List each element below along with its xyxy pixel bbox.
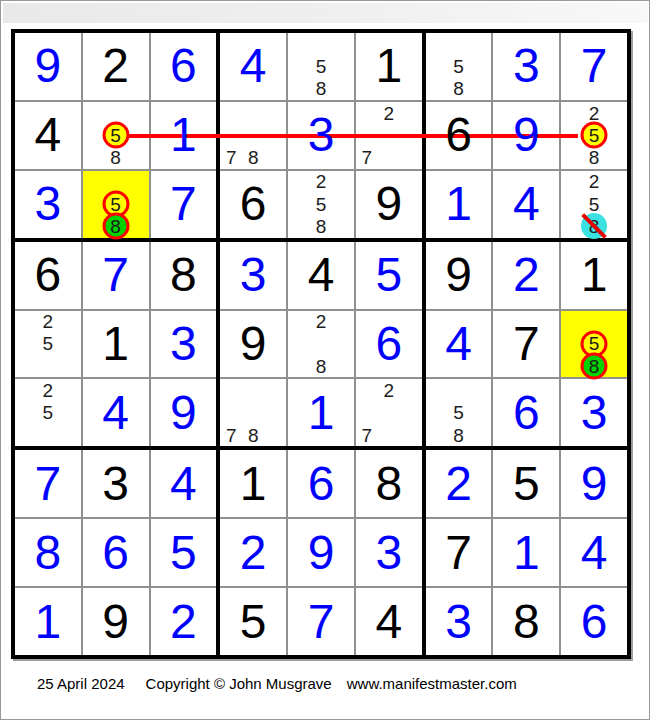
solved-digit: 4 [513, 180, 540, 228]
candidate-slot-8: 8 [242, 424, 264, 446]
given-digit: 3 [102, 460, 129, 508]
title-bar [3, 3, 648, 23]
cell-r5c6[interactable]: 6 [356, 311, 422, 378]
given-digit: 5 [513, 460, 540, 508]
cell-r3c2[interactable]: 58 [83, 171, 149, 238]
candidate-slot-1 [83, 102, 105, 124]
box-6: 92147585863 [426, 242, 627, 447]
candidate-8: 8 [589, 148, 600, 167]
solved-digit: 9 [35, 42, 62, 90]
candidate-slot-5: 5 [310, 55, 332, 77]
candidate-slot-6 [400, 402, 422, 424]
candidate-slot-7 [561, 146, 583, 168]
candidate-slot-5 [378, 402, 400, 424]
candidate-slot-8: 8 [448, 424, 470, 446]
candidate-slot-7 [561, 215, 583, 237]
candidate-slot-2: 2 [37, 379, 59, 401]
candidate-grid: 58 [83, 102, 149, 169]
box-4: 67825132549 [15, 242, 216, 447]
candidate-slot-3 [127, 171, 149, 193]
candidate-grid: 58 [426, 379, 492, 446]
cell-r3c7[interactable]: 1 [426, 171, 492, 238]
candidate-grid: 58 [561, 311, 627, 378]
candidate-slot-6 [470, 55, 492, 77]
candidate-5: 5 [110, 195, 121, 214]
cell-r9c3[interactable]: 2 [151, 588, 217, 655]
cell-r2c1[interactable]: 4 [15, 102, 81, 169]
cell-r8c8[interactable]: 1 [493, 519, 559, 586]
candidate-grid: 258 [288, 171, 354, 238]
candidate-slot-4 [220, 402, 242, 424]
candidate-slot-2: 2 [378, 102, 400, 124]
solved-digit: 5 [170, 529, 197, 577]
candidate-slot-5: 5 [448, 55, 470, 77]
candidate-8: 8 [110, 217, 121, 236]
candidate-slot-1 [356, 379, 378, 401]
candidate-8: 8 [316, 217, 327, 236]
cell-r8c5[interactable]: 9 [288, 519, 354, 586]
cell-r2c9[interactable]: 258 [561, 102, 627, 169]
box-7: 734865192 [15, 450, 216, 655]
cell-r8c3[interactable]: 5 [151, 519, 217, 586]
candidate-5: 5 [453, 403, 464, 422]
candidate-slot-6 [127, 193, 149, 215]
candidate-slot-1 [356, 102, 378, 124]
cell-r2c4[interactable]: 78 [220, 102, 286, 169]
candidate-slot-7 [288, 355, 310, 377]
cell-r6c3[interactable]: 9 [151, 379, 217, 446]
candidate-slot-3 [605, 171, 627, 193]
cell-r1c9[interactable]: 7 [561, 33, 627, 100]
candidate-slot-8 [378, 146, 400, 168]
candidate-slot-3 [264, 102, 286, 124]
candidate-slot-5: 5 [37, 333, 59, 355]
given-digit: 6 [35, 251, 62, 299]
candidate-slot-4 [15, 333, 37, 355]
solved-digit: 7 [170, 180, 197, 228]
cell-r4c8[interactable]: 2 [493, 242, 559, 309]
candidate-slot-9 [59, 424, 81, 446]
candidate-slot-5: 5 [105, 124, 127, 146]
solved-digit: 1 [445, 180, 472, 228]
candidate-slot-8: 8 [448, 78, 470, 100]
candidate-slot-3 [332, 33, 354, 55]
candidate-slot-3 [400, 379, 422, 401]
candidate-7: 7 [226, 148, 237, 167]
given-digit: 4 [35, 111, 62, 159]
candidate-5: 5 [453, 57, 464, 76]
candidate-slot-9 [264, 424, 286, 446]
candidate-slot-5 [242, 402, 264, 424]
candidate-slot-8: 8 [583, 215, 605, 237]
candidate-slot-9 [605, 355, 627, 377]
candidate-8: 8 [248, 148, 259, 167]
candidate-5: 5 [316, 195, 327, 214]
candidate-slot-1 [288, 171, 310, 193]
cell-r4c9[interactable]: 1 [561, 242, 627, 309]
solved-digit: 9 [308, 529, 335, 577]
candidate-slot-7 [288, 78, 310, 100]
candidate-slot-1 [426, 33, 448, 55]
box-9: 259714386 [426, 450, 627, 655]
candidate-slot-9 [605, 146, 627, 168]
solved-digit: 5 [375, 251, 402, 299]
solved-digit: 4 [102, 389, 129, 437]
candidate-2: 2 [383, 381, 394, 400]
cell-r7c8[interactable]: 5 [493, 450, 559, 517]
cell-r5c4[interactable]: 9 [220, 311, 286, 378]
candidate-slot-2 [310, 33, 332, 55]
candidate-slot-8: 8 [583, 146, 605, 168]
candidate-slot-8: 8 [583, 355, 605, 377]
candidate-slot-3 [59, 311, 81, 333]
candidate-slot-5: 5 [583, 333, 605, 355]
candidate-slot-7: 7 [356, 146, 378, 168]
solved-digit: 6 [308, 460, 335, 508]
candidate-7: 7 [362, 148, 373, 167]
candidate-slot-6 [59, 402, 81, 424]
candidate-8: 8 [453, 426, 464, 445]
candidate-slot-5: 5 [310, 193, 332, 215]
candidate-8: 8 [316, 79, 327, 98]
candidate-slot-8: 8 [310, 215, 332, 237]
solved-digit: 3 [308, 111, 335, 159]
cell-r5c2[interactable]: 1 [83, 311, 149, 378]
solved-digit: 4 [445, 320, 472, 368]
cell-r6c2[interactable]: 4 [83, 379, 149, 446]
candidate-slot-7: 7 [220, 146, 242, 168]
cell-r3c5[interactable]: 258 [288, 171, 354, 238]
candidate-slot-5: 5 [583, 193, 605, 215]
cell-r7c7[interactable]: 2 [426, 450, 492, 517]
solved-digit: 6 [102, 529, 129, 577]
candidate-slot-5 [310, 333, 332, 355]
candidate-slot-5: 5 [37, 402, 59, 424]
candidate-slot-9 [332, 355, 354, 377]
cell-r5c3[interactable]: 3 [151, 311, 217, 378]
cell-r4c4[interactable]: 3 [220, 242, 286, 309]
cell-r4c3[interactable]: 8 [151, 242, 217, 309]
candidate-grid: 58 [288, 33, 354, 100]
cell-r6c4[interactable]: 78 [220, 379, 286, 446]
box-5: 345928678127 [220, 242, 421, 447]
candidate-7: 7 [226, 426, 237, 445]
solved-digit: 3 [581, 389, 608, 437]
cell-r3c3[interactable]: 7 [151, 171, 217, 238]
cell-r4c5[interactable]: 4 [288, 242, 354, 309]
cell-r8c9[interactable]: 4 [561, 519, 627, 586]
given-digit: 9 [375, 180, 402, 228]
candidate-5: 5 [43, 403, 54, 422]
cell-r5c9[interactable]: 58 [561, 311, 627, 378]
candidate-slot-1 [83, 171, 105, 193]
cell-r8c1[interactable]: 8 [15, 519, 81, 586]
cell-r6c5[interactable]: 1 [288, 379, 354, 446]
footer-copyright: Copyright © John Musgrave [146, 675, 332, 692]
candidate-slot-5 [242, 124, 264, 146]
candidate-slot-3 [332, 171, 354, 193]
footer: 25 April 2024Copyright © John Musgraveww… [37, 675, 517, 692]
candidate-slot-3 [59, 379, 81, 401]
candidate-8: 8 [316, 357, 327, 376]
candidate-8: 8 [110, 148, 121, 167]
candidate-slot-2: 2 [583, 171, 605, 193]
sudoku-grid: 9264581358745817832762589583769258142586… [15, 33, 627, 655]
candidate-slot-6 [264, 402, 286, 424]
cell-r9c5[interactable]: 7 [288, 588, 354, 655]
cell-r1c6[interactable]: 1 [356, 33, 422, 100]
candidate-slot-2: 2 [583, 102, 605, 124]
candidate-slot-7: 7 [356, 424, 378, 446]
box-1: 92645813587 [15, 33, 216, 238]
given-digit: 1 [581, 251, 608, 299]
solved-digit: 1 [308, 389, 335, 437]
solved-digit: 2 [513, 251, 540, 299]
cell-r9c8[interactable]: 8 [493, 588, 559, 655]
cell-r7c2[interactable]: 3 [83, 450, 149, 517]
candidate-slot-6 [127, 124, 149, 146]
candidate-5: 5 [43, 334, 54, 353]
cell-r3c9[interactable]: 258 [561, 171, 627, 238]
box-8: 168293574 [220, 450, 421, 655]
cell-r4c2[interactable]: 7 [83, 242, 149, 309]
candidate-slot-3 [605, 102, 627, 124]
cell-r9c4[interactable]: 5 [220, 588, 286, 655]
candidate-2: 2 [383, 104, 394, 123]
candidate-slot-2 [105, 102, 127, 124]
candidate-slot-6 [605, 193, 627, 215]
cell-r1c5[interactable]: 58 [288, 33, 354, 100]
cell-r5c1[interactable]: 25 [15, 311, 81, 378]
solved-digit: 9 [581, 460, 608, 508]
candidate-5: 5 [316, 57, 327, 76]
cell-r1c8[interactable]: 3 [493, 33, 559, 100]
cell-r9c7[interactable]: 3 [426, 588, 492, 655]
candidate-slot-4 [356, 124, 378, 146]
solved-digit: 6 [375, 320, 402, 368]
given-digit: 6 [445, 111, 472, 159]
solved-digit: 3 [170, 320, 197, 368]
candidate-slot-9 [470, 78, 492, 100]
cell-r6c8[interactable]: 6 [493, 379, 559, 446]
cell-r9c9[interactable]: 6 [561, 588, 627, 655]
candidate-slot-3 [332, 311, 354, 333]
solved-digit: 7 [581, 42, 608, 90]
cell-r4c1[interactable]: 6 [15, 242, 81, 309]
solved-digit: 6 [513, 389, 540, 437]
solved-digit: 4 [170, 460, 197, 508]
candidate-slot-9 [332, 78, 354, 100]
candidate-slot-1 [561, 171, 583, 193]
candidate-grid: 78 [220, 379, 286, 446]
candidate-slot-8: 8 [105, 215, 127, 237]
candidate-grid: 27 [356, 102, 422, 169]
candidate-2: 2 [316, 312, 327, 331]
candidate-slot-3 [127, 102, 149, 124]
candidate-slot-1 [288, 311, 310, 333]
cell-r9c6[interactable]: 4 [356, 588, 422, 655]
candidate-slot-2: 2 [310, 311, 332, 333]
candidate-slot-8: 8 [242, 146, 264, 168]
cell-r5c5[interactable]: 28 [288, 311, 354, 378]
candidate-5: 5 [110, 126, 121, 145]
candidate-grid: 25 [15, 379, 81, 446]
candidate-slot-2: 2 [37, 311, 59, 333]
solved-digit: 1 [35, 598, 62, 646]
candidate-slot-1 [15, 311, 37, 333]
given-digit: 9 [240, 320, 267, 368]
candidate-slot-4 [220, 124, 242, 146]
candidate-2: 2 [589, 104, 600, 123]
cell-r8c4[interactable]: 2 [220, 519, 286, 586]
given-digit: 8 [513, 598, 540, 646]
footer-date: 25 April 2024 [37, 675, 125, 692]
candidate-8: 8 [248, 426, 259, 445]
candidate-slot-4 [426, 55, 448, 77]
candidate-slot-1 [220, 102, 242, 124]
candidate-slot-1 [15, 379, 37, 401]
cell-r7c3[interactable]: 4 [151, 450, 217, 517]
candidate-slot-2 [583, 311, 605, 333]
cell-r3c6[interactable]: 9 [356, 171, 422, 238]
candidate-slot-9 [400, 424, 422, 446]
candidate-slot-2 [448, 379, 470, 401]
solved-digit: 7 [308, 598, 335, 646]
solved-digit: 1 [170, 111, 197, 159]
cell-r1c1[interactable]: 9 [15, 33, 81, 100]
candidate-slot-6 [332, 193, 354, 215]
candidate-slot-9 [605, 215, 627, 237]
given-digit: 1 [375, 42, 402, 90]
candidate-5: 5 [589, 334, 600, 353]
cell-r3c4[interactable]: 6 [220, 171, 286, 238]
cell-r6c9[interactable]: 3 [561, 379, 627, 446]
cell-r1c3[interactable]: 6 [151, 33, 217, 100]
cell-r4c6[interactable]: 5 [356, 242, 422, 309]
cell-r1c4[interactable]: 4 [220, 33, 286, 100]
candidate-slot-6 [332, 333, 354, 355]
cell-r8c6[interactable]: 3 [356, 519, 422, 586]
cell-r7c5[interactable]: 6 [288, 450, 354, 517]
candidate-slot-1 [288, 33, 310, 55]
candidate-slot-1 [426, 379, 448, 401]
cell-r6c6[interactable]: 27 [356, 379, 422, 446]
cell-r2c2[interactable]: 58 [83, 102, 149, 169]
candidate-slot-1 [220, 379, 242, 401]
candidate-slot-6 [605, 124, 627, 146]
candidate-slot-4 [356, 402, 378, 424]
candidate-slot-4 [15, 402, 37, 424]
candidate-slot-9 [59, 355, 81, 377]
cell-r9c2[interactable]: 9 [83, 588, 149, 655]
candidate-slot-7 [426, 424, 448, 446]
candidate-slot-6 [59, 333, 81, 355]
candidate-slot-5: 5 [583, 124, 605, 146]
cell-r2c6[interactable]: 27 [356, 102, 422, 169]
cell-r4c7[interactable]: 9 [426, 242, 492, 309]
cell-r8c2[interactable]: 6 [83, 519, 149, 586]
candidate-slot-9 [264, 146, 286, 168]
cell-r7c1[interactable]: 7 [15, 450, 81, 517]
solved-digit: 8 [35, 529, 62, 577]
candidate-slot-3 [470, 33, 492, 55]
cell-r7c9[interactable]: 9 [561, 450, 627, 517]
candidate-slot-9 [127, 215, 149, 237]
solved-digit: 3 [445, 598, 472, 646]
candidate-2: 2 [43, 381, 54, 400]
candidate-slot-8: 8 [310, 78, 332, 100]
cell-r3c1[interactable]: 3 [15, 171, 81, 238]
footer-website: www.manifestmaster.com [347, 675, 517, 692]
solved-digit: 4 [581, 529, 608, 577]
solved-digit: 7 [102, 251, 129, 299]
candidate-grid: 27 [356, 379, 422, 446]
candidate-slot-7 [288, 215, 310, 237]
candidate-slot-1 [561, 102, 583, 124]
solved-digit: 3 [240, 251, 267, 299]
given-digit: 1 [102, 320, 129, 368]
candidate-slot-5: 5 [105, 193, 127, 215]
candidate-slot-7: 7 [220, 424, 242, 446]
candidate-slot-3 [470, 379, 492, 401]
given-digit: 4 [308, 251, 335, 299]
candidate-slot-6 [400, 124, 422, 146]
candidate-slot-4 [288, 55, 310, 77]
solved-digit: 3 [513, 42, 540, 90]
candidate-slot-3 [264, 379, 286, 401]
given-digit: 9 [102, 598, 129, 646]
candidate-grid: 258 [561, 171, 627, 238]
candidate-slot-6 [470, 402, 492, 424]
cell-r9c1[interactable]: 1 [15, 588, 81, 655]
candidate-slot-7 [15, 355, 37, 377]
given-digit: 8 [170, 251, 197, 299]
cell-r6c7[interactable]: 58 [426, 379, 492, 446]
given-digit: 7 [513, 320, 540, 368]
cell-r1c2[interactable]: 2 [83, 33, 149, 100]
solved-digit: 9 [170, 389, 197, 437]
candidate-grid: 58 [426, 33, 492, 100]
cell-r7c4[interactable]: 1 [220, 450, 286, 517]
candidate-2: 2 [316, 172, 327, 191]
candidate-slot-4 [561, 193, 583, 215]
candidate-slot-7 [15, 424, 37, 446]
cell-r8c7[interactable]: 7 [426, 519, 492, 586]
candidate-slot-6 [332, 55, 354, 77]
cell-r5c7[interactable]: 4 [426, 311, 492, 378]
cell-r7c6[interactable]: 8 [356, 450, 422, 517]
candidate-slot-6 [264, 124, 286, 146]
cell-r5c8[interactable]: 7 [493, 311, 559, 378]
candidate-2: 2 [589, 172, 600, 191]
candidate-slot-5: 5 [448, 402, 470, 424]
candidate-slot-3 [400, 102, 422, 124]
candidate-slot-3 [605, 311, 627, 333]
candidate-slot-4 [426, 402, 448, 424]
cell-r3c8[interactable]: 4 [493, 171, 559, 238]
candidate-slot-2 [448, 33, 470, 55]
candidate-slot-8: 8 [310, 355, 332, 377]
solved-digit: 4 [240, 42, 267, 90]
candidate-slot-2 [242, 379, 264, 401]
candidate-slot-1 [561, 311, 583, 333]
cell-r6c1[interactable]: 25 [15, 379, 81, 446]
given-digit: 6 [240, 180, 267, 228]
candidate-slot-7 [83, 146, 105, 168]
candidate-slot-6 [605, 333, 627, 355]
cell-r1c7[interactable]: 58 [426, 33, 492, 100]
candidate-grid: 58 [83, 171, 149, 238]
